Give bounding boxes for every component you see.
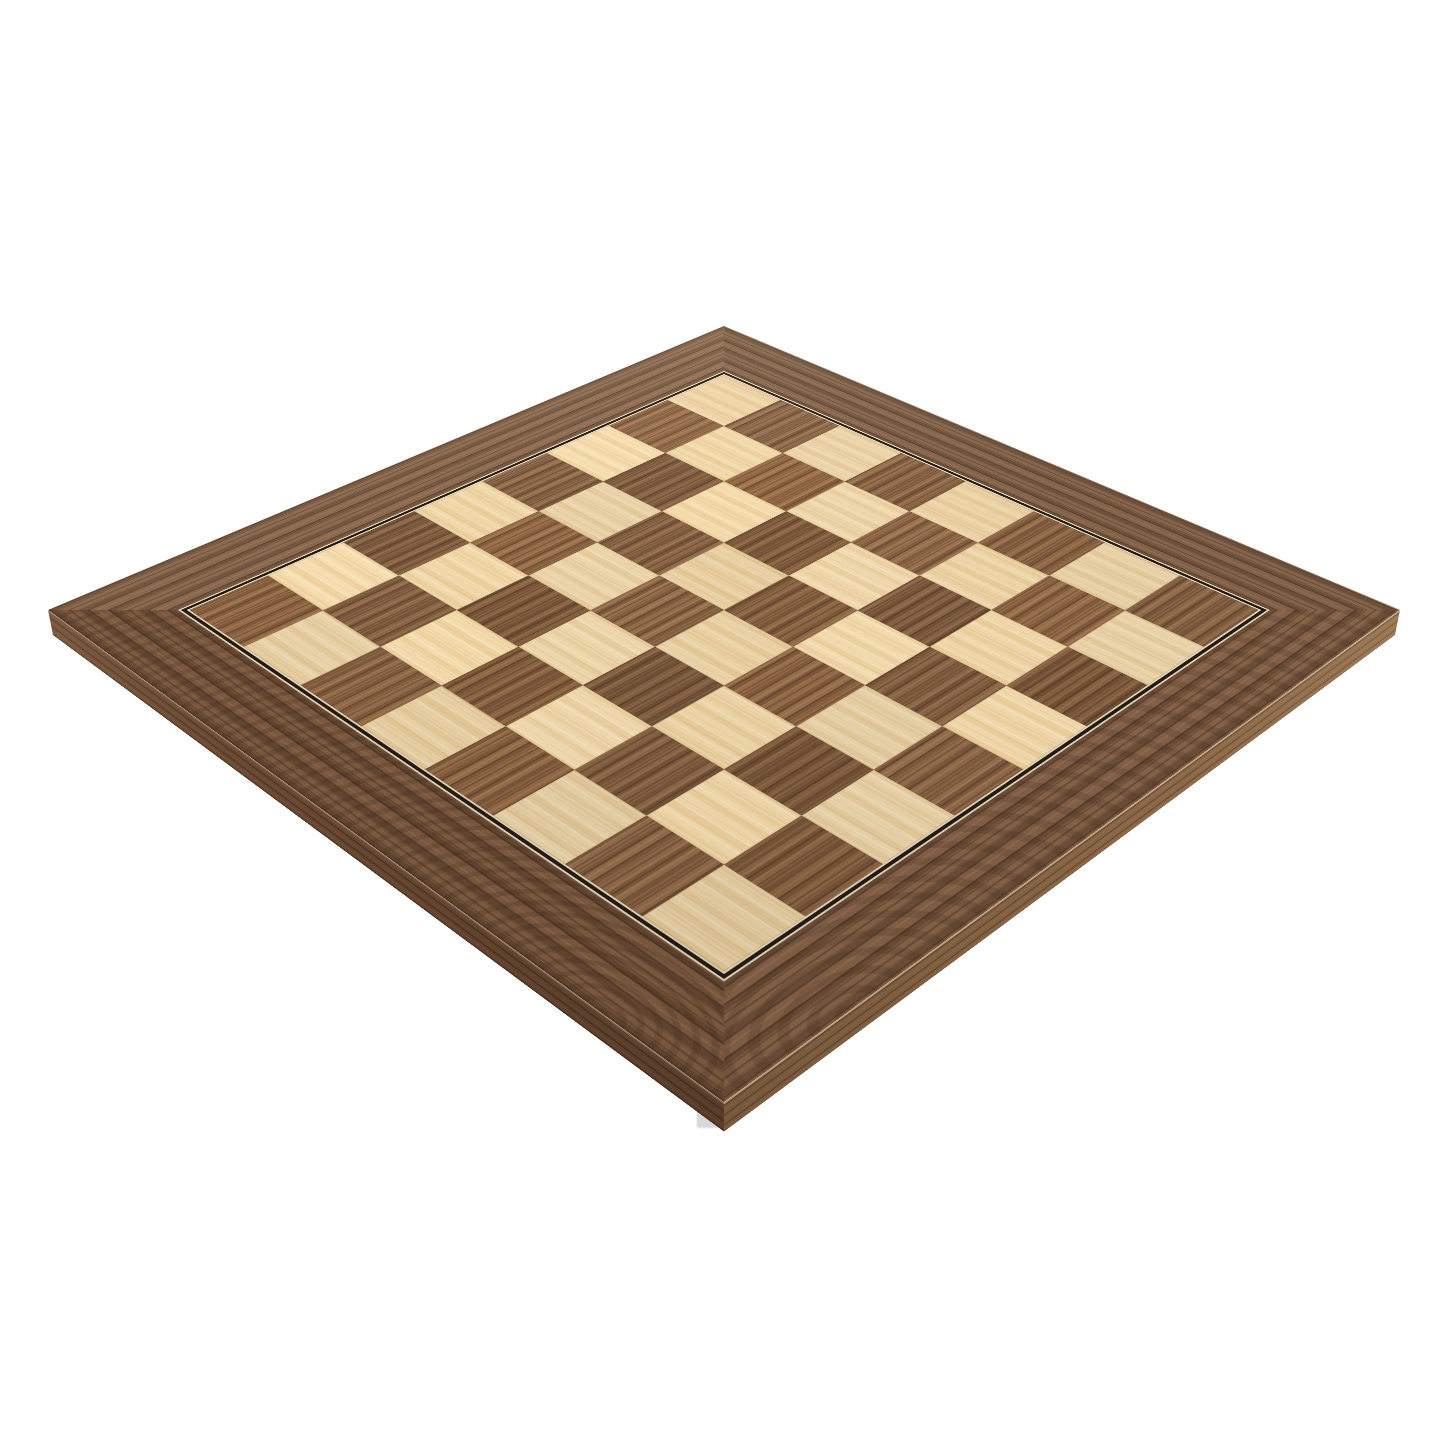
chessboard — [48, 326, 1400, 1102]
square-f1[interactable] — [493, 769, 647, 864]
board-grid — [189, 375, 1258, 972]
square-g1[interactable] — [565, 815, 724, 916]
square-h1[interactable] — [642, 864, 806, 972]
inlay-inner-sliver — [187, 374, 1262, 974]
square-c1[interactable] — [301, 647, 442, 726]
scene — [0, 0, 1445, 1445]
square-g6[interactable] — [930, 610, 1067, 685]
square-g5[interactable] — [865, 647, 1006, 726]
square-g3[interactable] — [724, 726, 874, 815]
square-c2[interactable] — [381, 610, 518, 685]
square-h5[interactable] — [942, 685, 1087, 769]
square-d1[interactable] — [361, 685, 506, 769]
square-f2[interactable] — [574, 726, 724, 815]
square-h6[interactable] — [1006, 647, 1147, 726]
inlay-black-line — [181, 372, 1267, 979]
square-e1[interactable] — [425, 726, 575, 815]
square-d2[interactable] — [442, 647, 583, 726]
square-e3[interactable] — [583, 647, 724, 726]
square-f5[interactable] — [793, 610, 930, 685]
square-d3[interactable] — [518, 610, 655, 685]
square-f4[interactable] — [724, 647, 865, 726]
square-h3[interactable] — [801, 769, 955, 864]
square-g4[interactable] — [797, 685, 942, 769]
inlay-outer-sliver — [178, 371, 1270, 981]
square-e2[interactable] — [506, 685, 651, 769]
square-f3[interactable] — [651, 685, 796, 769]
square-b1[interactable] — [243, 610, 380, 685]
square-h7[interactable] — [1067, 610, 1204, 685]
square-h2[interactable] — [724, 815, 883, 916]
board-top-face — [48, 326, 1400, 1102]
square-e4[interactable] — [655, 610, 792, 685]
square-g2[interactable] — [647, 769, 801, 864]
photo-background — [0, 0, 1445, 1445]
square-h4[interactable] — [874, 726, 1024, 815]
